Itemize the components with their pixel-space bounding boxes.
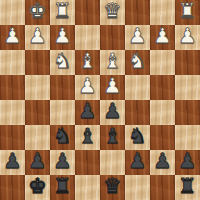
square-h1[interactable]: ♜ [175, 175, 200, 200]
square-c2[interactable]: ♟ [50, 150, 75, 175]
square-a3[interactable] [0, 125, 25, 150]
square-e4[interactable]: ♟ [100, 100, 125, 125]
piece-black-knight[interactable]: ♞ [128, 125, 147, 149]
square-f5[interactable] [125, 75, 150, 100]
square-b5[interactable] [25, 75, 50, 100]
piece-black-pawn[interactable]: ♟ [153, 150, 172, 174]
chess-board: ♚♜♛♜♟♟♟♟♟♟♞♝♝♞♟♟♟♟♞♝♝♞♟♟♟♟♟♟♚♜♛♜ [0, 0, 200, 200]
piece-white-knight[interactable]: ♞ [53, 50, 72, 74]
square-d1[interactable] [75, 175, 100, 200]
square-b4[interactable] [25, 100, 50, 125]
square-c1[interactable]: ♜ [50, 175, 75, 200]
square-f7[interactable]: ♟ [125, 25, 150, 50]
square-e3[interactable]: ♝ [100, 125, 125, 150]
piece-black-pawn[interactable]: ♟ [128, 150, 147, 174]
piece-white-pawn[interactable]: ♟ [128, 25, 147, 49]
piece-white-pawn[interactable]: ♟ [78, 75, 97, 99]
square-c6[interactable]: ♞ [50, 50, 75, 75]
square-c7[interactable]: ♟ [50, 25, 75, 50]
square-e5[interactable]: ♟ [100, 75, 125, 100]
piece-black-pawn[interactable]: ♟ [28, 150, 47, 174]
square-b7[interactable]: ♟ [25, 25, 50, 50]
square-b3[interactable] [25, 125, 50, 150]
square-d3[interactable]: ♝ [75, 125, 100, 150]
square-b8[interactable]: ♚ [25, 0, 50, 25]
square-f1[interactable] [125, 175, 150, 200]
square-g1[interactable] [150, 175, 175, 200]
square-h2[interactable]: ♟ [175, 150, 200, 175]
piece-black-pawn[interactable]: ♟ [178, 150, 197, 174]
square-e2[interactable] [100, 150, 125, 175]
square-f3[interactable]: ♞ [125, 125, 150, 150]
piece-white-rook[interactable]: ♜ [53, 0, 72, 24]
square-c5[interactable] [50, 75, 75, 100]
square-d4[interactable]: ♟ [75, 100, 100, 125]
square-d6[interactable]: ♝ [75, 50, 100, 75]
piece-white-pawn[interactable]: ♟ [153, 25, 172, 49]
square-a1[interactable] [0, 175, 25, 200]
square-f4[interactable] [125, 100, 150, 125]
square-g4[interactable] [150, 100, 175, 125]
square-g3[interactable] [150, 125, 175, 150]
piece-white-bishop[interactable]: ♝ [103, 50, 122, 74]
piece-white-pawn[interactable]: ♟ [28, 25, 47, 49]
piece-white-king[interactable]: ♚ [28, 0, 47, 24]
square-a4[interactable] [0, 100, 25, 125]
square-c3[interactable]: ♞ [50, 125, 75, 150]
square-d7[interactable] [75, 25, 100, 50]
square-f2[interactable]: ♟ [125, 150, 150, 175]
square-a8[interactable] [0, 0, 25, 25]
piece-white-knight[interactable]: ♞ [128, 50, 147, 74]
piece-black-pawn[interactable]: ♟ [3, 150, 22, 174]
square-f8[interactable] [125, 0, 150, 25]
square-h4[interactable] [175, 100, 200, 125]
square-h5[interactable] [175, 75, 200, 100]
square-g5[interactable] [150, 75, 175, 100]
piece-white-bishop[interactable]: ♝ [78, 50, 97, 74]
square-e1[interactable]: ♛ [100, 175, 125, 200]
square-e7[interactable] [100, 25, 125, 50]
piece-black-queen[interactable]: ♛ [103, 175, 122, 199]
square-f6[interactable]: ♞ [125, 50, 150, 75]
square-b6[interactable] [25, 50, 50, 75]
square-a6[interactable] [0, 50, 25, 75]
piece-black-bishop[interactable]: ♝ [78, 125, 97, 149]
square-c4[interactable] [50, 100, 75, 125]
square-h7[interactable]: ♟ [175, 25, 200, 50]
square-d2[interactable] [75, 150, 100, 175]
piece-white-pawn[interactable]: ♟ [178, 25, 197, 49]
piece-white-pawn[interactable]: ♟ [53, 25, 72, 49]
square-h6[interactable] [175, 50, 200, 75]
piece-black-pawn[interactable]: ♟ [53, 150, 72, 174]
piece-white-pawn[interactable]: ♟ [3, 25, 22, 49]
square-a2[interactable]: ♟ [0, 150, 25, 175]
piece-black-bishop[interactable]: ♝ [103, 125, 122, 149]
piece-black-rook[interactable]: ♜ [178, 175, 197, 199]
piece-black-pawn[interactable]: ♟ [78, 100, 97, 124]
square-g8[interactable] [150, 0, 175, 25]
square-e6[interactable]: ♝ [100, 50, 125, 75]
piece-white-queen[interactable]: ♛ [103, 0, 122, 24]
square-a5[interactable] [0, 75, 25, 100]
square-h3[interactable] [175, 125, 200, 150]
piece-black-king[interactable]: ♚ [28, 175, 47, 199]
square-g6[interactable] [150, 50, 175, 75]
piece-black-knight[interactable]: ♞ [53, 125, 72, 149]
square-d5[interactable]: ♟ [75, 75, 100, 100]
piece-white-pawn[interactable]: ♟ [103, 75, 122, 99]
square-h8[interactable]: ♜ [175, 0, 200, 25]
piece-black-rook[interactable]: ♜ [53, 175, 72, 199]
piece-black-pawn[interactable]: ♟ [103, 100, 122, 124]
square-g7[interactable]: ♟ [150, 25, 175, 50]
square-e8[interactable]: ♛ [100, 0, 125, 25]
square-g2[interactable]: ♟ [150, 150, 175, 175]
square-b1[interactable]: ♚ [25, 175, 50, 200]
piece-white-rook[interactable]: ♜ [178, 0, 197, 24]
square-d8[interactable] [75, 0, 100, 25]
square-c8[interactable]: ♜ [50, 0, 75, 25]
square-a7[interactable]: ♟ [0, 25, 25, 50]
square-b2[interactable]: ♟ [25, 150, 50, 175]
